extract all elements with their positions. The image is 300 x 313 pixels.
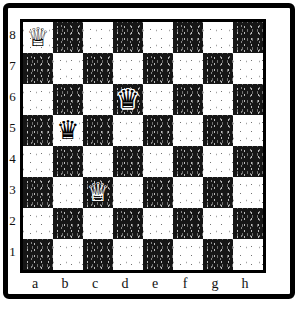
square-e4[interactable] [143,146,173,177]
square-b5[interactable]: ♛ [53,115,83,146]
square-f3[interactable] [173,177,203,208]
piece-white-queen[interactable]: ♕ [23,22,53,53]
square-b4[interactable] [53,146,83,177]
square-h7[interactable] [233,53,263,84]
square-f7[interactable] [173,53,203,84]
square-e8[interactable] [143,22,173,53]
square-a7[interactable] [23,53,53,84]
square-a6[interactable] [23,84,53,115]
square-d3[interactable] [113,177,143,208]
piece-black-queen[interactable]: ♛ [53,115,83,146]
square-c2[interactable] [83,208,113,239]
square-e1[interactable] [143,239,173,270]
square-c1[interactable] [83,239,113,270]
square-e7[interactable] [143,53,173,84]
rank-labels: 87654321 [6,19,19,267]
square-g8[interactable] [203,22,233,53]
square-f1[interactable] [173,239,203,270]
square-a8[interactable]: ♕ [23,22,53,53]
rank-label-5: 5 [6,112,19,143]
square-f8[interactable] [173,22,203,53]
square-c3[interactable]: ♕ [83,177,113,208]
rank-label-4: 4 [6,143,19,174]
square-a1[interactable] [23,239,53,270]
chess-diagram-page: 87654321 ♕♛♛♕ abcdefgh [0,0,300,313]
square-d1[interactable] [113,239,143,270]
file-label-d: d [110,274,140,294]
square-c4[interactable] [83,146,113,177]
file-label-a: a [20,274,50,294]
square-b6[interactable] [53,84,83,115]
chess-board: ♕♛♛♕ [20,19,266,273]
square-a4[interactable] [23,146,53,177]
rank-label-6: 6 [6,81,19,112]
square-b1[interactable] [53,239,83,270]
rank-label-3: 3 [6,174,19,205]
file-label-g: g [200,274,230,294]
file-label-f: f [170,274,200,294]
square-c7[interactable] [83,53,113,84]
square-c6[interactable] [83,84,113,115]
square-g3[interactable] [203,177,233,208]
square-g1[interactable] [203,239,233,270]
square-g6[interactable] [203,84,233,115]
square-e2[interactable] [143,208,173,239]
square-f4[interactable] [173,146,203,177]
square-h2[interactable] [233,208,263,239]
square-f5[interactable] [173,115,203,146]
rank-label-2: 2 [6,205,19,236]
file-label-h: h [230,274,260,294]
square-a3[interactable] [23,177,53,208]
rank-label-1: 1 [6,236,19,267]
square-h3[interactable] [233,177,263,208]
square-b3[interactable] [53,177,83,208]
piece-black-queen[interactable]: ♛ [113,84,143,115]
file-label-b: b [50,274,80,294]
rank-label-7: 7 [6,50,19,81]
square-e6[interactable] [143,84,173,115]
square-g2[interactable] [203,208,233,239]
square-f6[interactable] [173,84,203,115]
square-b7[interactable] [53,53,83,84]
square-a2[interactable] [23,208,53,239]
rank-label-8: 8 [6,19,19,50]
square-h1[interactable] [233,239,263,270]
file-labels: abcdefgh [20,274,260,294]
file-label-e: e [140,274,170,294]
square-b8[interactable] [53,22,83,53]
square-h5[interactable] [233,115,263,146]
square-c5[interactable] [83,115,113,146]
square-e3[interactable] [143,177,173,208]
square-g4[interactable] [203,146,233,177]
square-d6[interactable]: ♛ [113,84,143,115]
square-c8[interactable] [83,22,113,53]
square-d5[interactable] [113,115,143,146]
square-d7[interactable] [113,53,143,84]
square-h8[interactable] [233,22,263,53]
square-f2[interactable] [173,208,203,239]
square-d4[interactable] [113,146,143,177]
square-a5[interactable] [23,115,53,146]
square-b2[interactable] [53,208,83,239]
square-h6[interactable] [233,84,263,115]
diagram-frame: 87654321 ♕♛♛♕ abcdefgh [3,3,295,299]
piece-white-queen[interactable]: ♕ [83,177,113,208]
square-d2[interactable] [113,208,143,239]
square-g5[interactable] [203,115,233,146]
file-label-c: c [80,274,110,294]
square-g7[interactable] [203,53,233,84]
square-d8[interactable] [113,22,143,53]
square-h4[interactable] [233,146,263,177]
square-e5[interactable] [143,115,173,146]
